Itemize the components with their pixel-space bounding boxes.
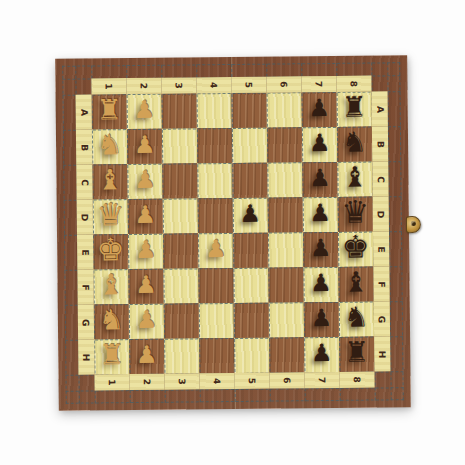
coord-left-A: A (76, 94, 92, 129)
square-a7[interactable]: ♟ (302, 92, 337, 127)
square-f5[interactable] (233, 268, 268, 303)
piece-black-pawn-c7[interactable]: ♟ (309, 165, 331, 189)
coord-right-A: A (372, 91, 388, 126)
square-b2[interactable]: ♟ (127, 129, 162, 164)
coord-top-6: 6 (266, 76, 301, 92)
piece-black-queen-d8[interactable]: ♛ (341, 197, 369, 228)
coord-right-E-text: E (376, 246, 386, 252)
square-h3[interactable] (164, 338, 199, 373)
piece-black-pawn-d5[interactable]: ♟ (239, 201, 261, 225)
square-h7[interactable]: ♟ (304, 337, 339, 372)
coord-top-4-text: 4 (209, 82, 219, 88)
square-h4[interactable] (199, 338, 234, 373)
piece-white-pawn-e2[interactable]: ♟ (135, 237, 157, 261)
coord-left-B-text: B (79, 144, 89, 151)
coord-top-7: 7 (301, 76, 336, 92)
coord-right-D: D (373, 196, 389, 231)
piece-white-pawn-f2[interactable]: ♟ (135, 272, 157, 296)
coord-right-G-text: G (377, 315, 387, 322)
coord-top-6-text: 6 (279, 81, 289, 87)
coord-bottom-1: 1 (94, 374, 129, 390)
square-b1[interactable]: ♞ (92, 129, 127, 164)
square-f8[interactable]: ♝ (338, 267, 373, 302)
coord-bottom-3: 3 (164, 373, 199, 389)
coord-left-G: G (78, 304, 94, 339)
coord-bottom-6-text: 6 (282, 377, 292, 383)
square-e5[interactable] (233, 233, 268, 268)
coord-top-2: 2 (126, 78, 161, 94)
square-g8[interactable]: ♞ (339, 302, 374, 337)
square-h8[interactable]: ♜ (339, 337, 374, 372)
coord-left-H: H (78, 339, 94, 374)
square-c5[interactable] (232, 163, 267, 198)
coord-right-F: F (373, 266, 389, 301)
coord-bottom-3-text: 3 (177, 378, 187, 384)
coord-bottom-7-text: 7 (317, 377, 327, 383)
coord-bottom-2-text: 2 (142, 379, 152, 385)
piece-white-king-e1[interactable]: ♚ (97, 234, 125, 265)
coord-right-F-text: F (377, 281, 387, 287)
square-e4[interactable]: ♟ (198, 233, 233, 268)
square-b8[interactable]: ♞ (337, 127, 372, 162)
square-b5[interactable] (232, 128, 267, 163)
coord-left-E: E (77, 234, 93, 269)
piece-white-pawn-h2[interactable]: ♟ (136, 342, 158, 366)
coord-right-H-text: H (377, 350, 387, 358)
clasp-latch-icon (406, 216, 421, 233)
coord-left-C: C (76, 164, 92, 199)
piece-black-rook-h8[interactable]: ♜ (344, 338, 369, 366)
piece-black-rook-a8[interactable]: ♜ (341, 93, 366, 121)
piece-white-pawn-e4[interactable]: ♟ (205, 237, 227, 261)
square-c4[interactable] (197, 163, 232, 198)
coord-top-8: 8 (336, 76, 371, 92)
piece-white-pawn-b2[interactable]: ♟ (134, 132, 156, 156)
piece-black-pawn-a7[interactable]: ♟ (308, 95, 330, 119)
coord-right-G: G (374, 301, 390, 336)
piece-white-rook-h1[interactable]: ♜ (99, 341, 124, 369)
coord-left-D-text: D (80, 213, 90, 221)
square-e3[interactable] (163, 233, 198, 268)
square-e8[interactable]: ♚ (338, 232, 373, 267)
coord-bottom-8: 8 (339, 372, 374, 388)
square-b4[interactable] (197, 128, 232, 163)
piece-white-bishop-f1[interactable]: ♝ (98, 271, 123, 299)
square-c7[interactable]: ♟ (302, 162, 337, 197)
coord-bottom-6: 6 (269, 372, 304, 388)
square-f2[interactable]: ♟ (128, 269, 163, 304)
square-g3[interactable] (164, 303, 199, 338)
piece-black-pawn-d7[interactable]: ♟ (309, 200, 331, 224)
coord-top-5-text: 5 (244, 82, 254, 88)
coord-top-5: 5 (231, 77, 266, 93)
piece-black-bishop-f8[interactable]: ♝ (343, 268, 368, 296)
square-a4[interactable] (197, 93, 232, 128)
square-a6[interactable] (267, 92, 302, 127)
piece-white-bishop-c1[interactable]: ♝ (97, 166, 122, 194)
coord-left-A-text: A (79, 109, 89, 116)
square-d2[interactable]: ♟ (128, 199, 163, 234)
coord-bottom-5-text: 5 (247, 378, 257, 384)
coord-left-F-text: F (81, 284, 91, 290)
coord-top-7-text: 7 (314, 81, 324, 87)
piece-black-knight-g8[interactable]: ♞ (344, 303, 369, 331)
piece-white-queen-d1[interactable]: ♛ (96, 199, 124, 230)
piece-black-king-e8[interactable]: ♚ (342, 232, 370, 263)
coord-top-2-text: 2 (139, 83, 149, 89)
square-d1[interactable]: ♛ (93, 199, 128, 234)
coord-bottom-2: 2 (129, 374, 164, 390)
piece-black-pawn-h7[interactable]: ♟ (311, 340, 333, 364)
piece-black-pawn-g7[interactable]: ♟ (310, 305, 332, 329)
coord-right-C: C (372, 161, 388, 196)
coord-left-F: F (77, 269, 93, 304)
square-e1[interactable]: ♚ (93, 234, 128, 269)
square-f1[interactable]: ♝ (93, 269, 128, 304)
square-a1[interactable]: ♜ (92, 94, 127, 129)
square-a5[interactable] (232, 93, 267, 128)
coord-left-C-text: C (79, 179, 89, 186)
coord-left-G-text: G (81, 318, 91, 325)
piece-black-bishop-c8[interactable]: ♝ (342, 163, 367, 191)
square-d4[interactable] (198, 198, 233, 233)
coord-left-E-text: E (80, 249, 90, 255)
square-c2[interactable]: ♟ (127, 164, 162, 199)
coord-left-D: D (77, 199, 93, 234)
square-f4[interactable] (198, 268, 233, 303)
square-a2[interactable]: ♟ (127, 94, 162, 129)
square-e7[interactable]: ♟ (303, 232, 338, 267)
square-g7[interactable]: ♟ (304, 302, 339, 337)
square-g5[interactable] (234, 303, 269, 338)
square-d7[interactable]: ♟ (303, 197, 338, 232)
coord-bottom-7: 7 (304, 372, 339, 388)
square-g4[interactable] (199, 303, 234, 338)
square-b3[interactable] (162, 128, 197, 163)
square-b7[interactable]: ♟ (302, 127, 337, 162)
square-a3[interactable] (162, 93, 197, 128)
square-d6[interactable] (268, 197, 303, 232)
piece-white-rook-a1[interactable]: ♜ (96, 96, 121, 124)
square-f6[interactable] (268, 267, 303, 302)
square-c8[interactable]: ♝ (337, 162, 372, 197)
piece-black-pawn-f7[interactable]: ♟ (310, 270, 332, 294)
square-e2[interactable]: ♟ (128, 234, 163, 269)
coord-top-3: 3 (161, 77, 196, 93)
coord-left-B: B (76, 129, 92, 164)
square-c6[interactable] (267, 162, 302, 197)
coord-right-H: H (374, 336, 390, 371)
square-e6[interactable] (268, 232, 303, 267)
square-d5[interactable]: ♟ (233, 198, 268, 233)
coord-top-1-text: 1 (104, 83, 114, 89)
square-d3[interactable] (163, 198, 198, 233)
coord-bottom-8-text: 8 (352, 377, 362, 383)
coord-bottom-1-text: 1 (107, 379, 117, 385)
piece-white-pawn-a2[interactable]: ♟ (133, 97, 155, 121)
coord-bottom-4-text: 4 (212, 378, 222, 384)
square-h5[interactable] (234, 338, 269, 373)
coord-bottom-4: 4 (199, 373, 234, 389)
piece-black-pawn-b7[interactable]: ♟ (309, 130, 331, 154)
square-g2[interactable]: ♟ (129, 304, 164, 339)
coord-bottom-5: 5 (234, 373, 269, 389)
piece-black-knight-b8[interactable]: ♞ (342, 128, 367, 156)
square-f3[interactable] (163, 268, 198, 303)
coord-top-1: 1 (91, 78, 126, 94)
square-b6[interactable] (267, 127, 302, 162)
coord-right-B-text: B (375, 140, 385, 147)
chess-board: ♜♟♟♜♞♟♟♞♝♟♟♝♛♟♟♟♛♚♟♟♟♚♝♟♟♝♞♟♟♞♜♟♟♜ 11AA2… (55, 55, 411, 411)
piece-white-pawn-d2[interactable]: ♟ (134, 202, 156, 226)
piece-white-pawn-c2[interactable]: ♟ (134, 167, 156, 191)
square-h1[interactable]: ♜ (94, 339, 129, 374)
coord-right-E: E (373, 231, 389, 266)
square-h6[interactable] (269, 337, 304, 372)
square-g1[interactable]: ♞ (94, 304, 129, 339)
square-g6[interactable] (269, 302, 304, 337)
square-a8[interactable]: ♜ (337, 92, 372, 127)
square-c3[interactable] (162, 163, 197, 198)
coord-top-8-text: 8 (349, 81, 359, 87)
coord-top-3-text: 3 (174, 82, 184, 88)
square-d8[interactable]: ♛ (338, 197, 373, 232)
piece-white-pawn-g2[interactable]: ♟ (136, 307, 158, 331)
piece-black-pawn-e7[interactable]: ♟ (310, 235, 332, 259)
square-f7[interactable]: ♟ (303, 267, 338, 302)
square-h2[interactable]: ♟ (129, 339, 164, 374)
piece-white-knight-g1[interactable]: ♞ (99, 306, 124, 334)
square-c1[interactable]: ♝ (92, 164, 127, 199)
coord-right-D-text: D (376, 210, 386, 218)
piece-white-knight-b1[interactable]: ♞ (97, 131, 122, 159)
coord-right-A-text: A (375, 105, 385, 112)
coord-left-H-text: H (81, 353, 91, 361)
coord-right-B: B (372, 126, 388, 161)
coord-top-4: 4 (196, 77, 231, 93)
coord-right-C-text: C (375, 176, 385, 183)
